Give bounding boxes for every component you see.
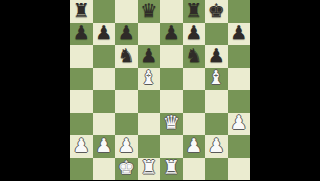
square-e6[interactable] — [160, 45, 183, 68]
black-pawn[interactable]: ♟ — [208, 46, 225, 65]
chess-board[interactable]: ♜♛♜♚♟♟♟♟♟♟♞♟♞♟♝♝♛♟♟♟♟♟♟♚♜♜ — [70, 0, 250, 180]
white-queen[interactable]: ♛ — [163, 113, 180, 132]
square-f6[interactable]: ♞ — [183, 45, 206, 68]
white-pawn[interactable]: ♟ — [230, 113, 247, 132]
square-d1[interactable]: ♜ — [138, 158, 161, 181]
square-f2[interactable]: ♟ — [183, 135, 206, 158]
white-pawn[interactable]: ♟ — [208, 136, 225, 155]
square-e2[interactable] — [160, 135, 183, 158]
letterbox-left — [0, 0, 70, 180]
white-rook[interactable]: ♜ — [163, 158, 180, 177]
white-pawn[interactable]: ♟ — [73, 136, 90, 155]
square-d8[interactable]: ♛ — [138, 0, 161, 23]
square-b1[interactable] — [93, 158, 116, 181]
square-g7[interactable] — [205, 23, 228, 46]
square-b6[interactable] — [93, 45, 116, 68]
square-c8[interactable] — [115, 0, 138, 23]
square-d5[interactable]: ♝ — [138, 68, 161, 91]
chess-app-stage: ♜♛♜♚♟♟♟♟♟♟♞♟♞♟♝♝♛♟♟♟♟♟♟♚♜♜ — [0, 0, 320, 180]
square-g3[interactable] — [205, 113, 228, 136]
square-a5[interactable] — [70, 68, 93, 91]
square-b3[interactable] — [93, 113, 116, 136]
square-f4[interactable] — [183, 90, 206, 113]
square-h5[interactable] — [228, 68, 251, 91]
black-pawn[interactable]: ♟ — [163, 23, 180, 42]
square-h8[interactable] — [228, 0, 251, 23]
square-d4[interactable] — [138, 90, 161, 113]
square-a1[interactable] — [70, 158, 93, 181]
black-pawn[interactable]: ♟ — [185, 23, 202, 42]
black-pawn[interactable]: ♟ — [230, 23, 247, 42]
square-e1[interactable]: ♜ — [160, 158, 183, 181]
square-e8[interactable] — [160, 0, 183, 23]
square-a4[interactable] — [70, 90, 93, 113]
square-c4[interactable] — [115, 90, 138, 113]
square-b7[interactable]: ♟ — [93, 23, 116, 46]
square-f3[interactable] — [183, 113, 206, 136]
black-rook[interactable]: ♜ — [73, 1, 90, 20]
square-c3[interactable] — [115, 113, 138, 136]
square-h3[interactable]: ♟ — [228, 113, 251, 136]
square-b4[interactable] — [93, 90, 116, 113]
square-g1[interactable] — [205, 158, 228, 181]
square-e7[interactable]: ♟ — [160, 23, 183, 46]
square-b8[interactable] — [93, 0, 116, 23]
square-g4[interactable] — [205, 90, 228, 113]
square-g6[interactable]: ♟ — [205, 45, 228, 68]
square-b5[interactable] — [93, 68, 116, 91]
black-pawn[interactable]: ♟ — [118, 23, 135, 42]
square-e5[interactable] — [160, 68, 183, 91]
black-pawn[interactable]: ♟ — [95, 23, 112, 42]
black-knight[interactable]: ♞ — [118, 46, 135, 65]
square-a6[interactable] — [70, 45, 93, 68]
square-a3[interactable] — [70, 113, 93, 136]
square-h6[interactable] — [228, 45, 251, 68]
square-c5[interactable] — [115, 68, 138, 91]
white-pawn[interactable]: ♟ — [118, 136, 135, 155]
square-h2[interactable] — [228, 135, 251, 158]
square-d2[interactable] — [138, 135, 161, 158]
letterbox-right — [250, 0, 320, 180]
square-h4[interactable] — [228, 90, 251, 113]
white-rook[interactable]: ♜ — [140, 158, 157, 177]
black-king[interactable]: ♚ — [208, 1, 225, 20]
square-f7[interactable]: ♟ — [183, 23, 206, 46]
square-c6[interactable]: ♞ — [115, 45, 138, 68]
square-f8[interactable]: ♜ — [183, 0, 206, 23]
square-d3[interactable] — [138, 113, 161, 136]
square-a8[interactable]: ♜ — [70, 0, 93, 23]
square-c7[interactable]: ♟ — [115, 23, 138, 46]
square-h7[interactable]: ♟ — [228, 23, 251, 46]
square-d6[interactable]: ♟ — [138, 45, 161, 68]
square-c2[interactable]: ♟ — [115, 135, 138, 158]
white-king[interactable]: ♚ — [118, 158, 135, 177]
black-queen[interactable]: ♛ — [140, 1, 157, 20]
square-b2[interactable]: ♟ — [93, 135, 116, 158]
white-pawn[interactable]: ♟ — [95, 136, 112, 155]
square-g5[interactable]: ♝ — [205, 68, 228, 91]
black-pawn[interactable]: ♟ — [73, 23, 90, 42]
black-rook[interactable]: ♜ — [185, 1, 202, 20]
white-pawn[interactable]: ♟ — [185, 136, 202, 155]
square-f5[interactable] — [183, 68, 206, 91]
square-e3[interactable]: ♛ — [160, 113, 183, 136]
square-a7[interactable]: ♟ — [70, 23, 93, 46]
square-g8[interactable]: ♚ — [205, 0, 228, 23]
square-a2[interactable]: ♟ — [70, 135, 93, 158]
square-h1[interactable] — [228, 158, 251, 181]
square-g2[interactable]: ♟ — [205, 135, 228, 158]
square-c1[interactable]: ♚ — [115, 158, 138, 181]
white-bishop[interactable]: ♝ — [140, 68, 157, 87]
square-f1[interactable] — [183, 158, 206, 181]
black-knight[interactable]: ♞ — [185, 46, 202, 65]
square-e4[interactable] — [160, 90, 183, 113]
white-bishop[interactable]: ♝ — [208, 68, 225, 87]
black-pawn[interactable]: ♟ — [140, 46, 157, 65]
square-d7[interactable] — [138, 23, 161, 46]
